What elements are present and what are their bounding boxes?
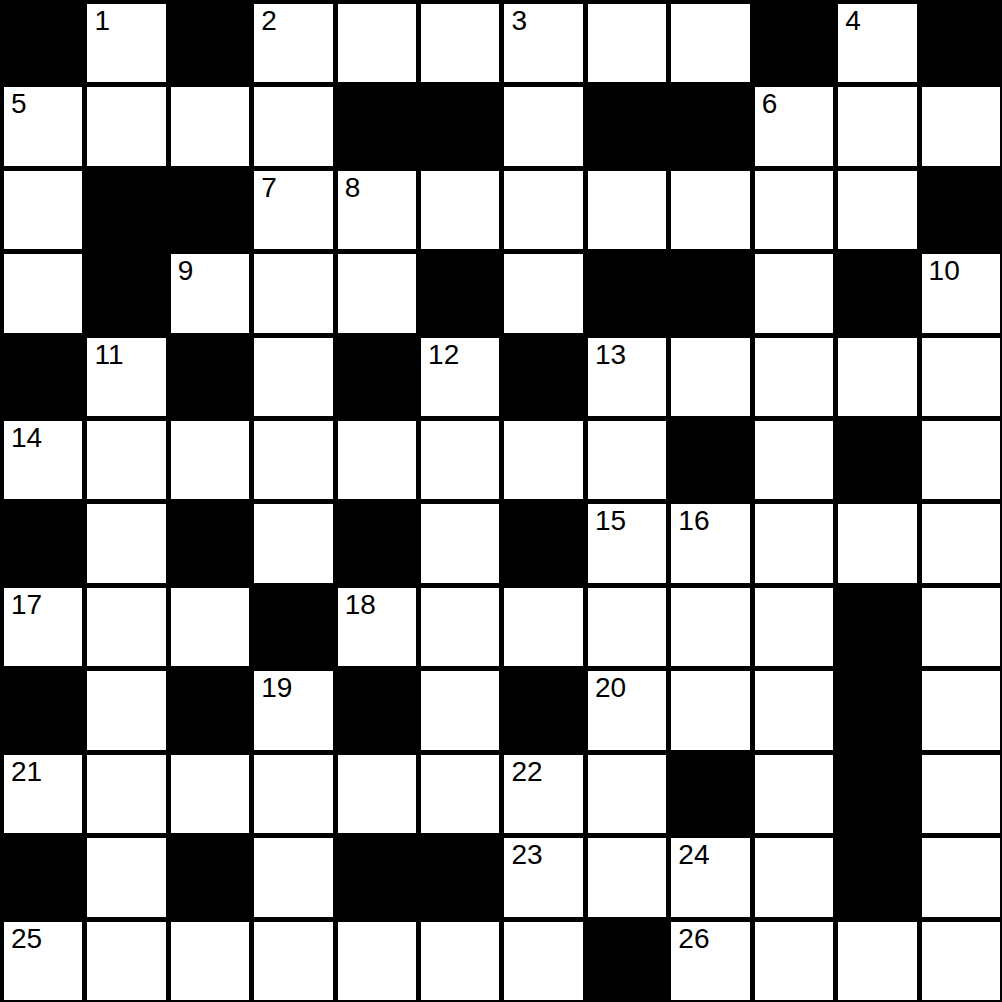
white-cell-r10c11[interactable] <box>922 838 1000 916</box>
white-cell-r2c0[interactable] <box>4 171 82 249</box>
white-cell-r0c4[interactable] <box>338 4 416 82</box>
black-cell-r1c5 <box>421 87 499 165</box>
white-cell-r10c6[interactable]: 23 <box>504 838 582 916</box>
black-cell-r8c0 <box>4 671 82 749</box>
clue-number-26: 26 <box>678 924 709 955</box>
white-cell-r9c6[interactable]: 22 <box>504 755 582 833</box>
clue-number-12: 12 <box>428 340 459 371</box>
white-cell-r7c8[interactable] <box>671 588 749 666</box>
white-cell-r1c0[interactable]: 5 <box>4 87 82 165</box>
clue-number-18: 18 <box>345 590 376 621</box>
white-cell-r9c5[interactable] <box>421 755 499 833</box>
white-cell-r1c2[interactable] <box>171 87 249 165</box>
clue-number-10: 10 <box>929 256 960 287</box>
clue-number-1: 1 <box>94 6 110 37</box>
white-cell-r5c5[interactable] <box>421 421 499 499</box>
black-cell-r5c8 <box>671 421 749 499</box>
white-cell-r11c2[interactable] <box>171 922 249 1000</box>
white-cell-r4c3[interactable] <box>254 338 332 416</box>
black-cell-r4c4 <box>338 338 416 416</box>
black-cell-r10c5 <box>421 838 499 916</box>
black-cell-r2c11 <box>922 171 1000 249</box>
white-cell-r5c7[interactable] <box>588 421 666 499</box>
white-cell-r6c1[interactable] <box>87 504 165 582</box>
white-cell-r2c3[interactable]: 7 <box>254 171 332 249</box>
white-cell-r6c7[interactable]: 15 <box>588 504 666 582</box>
white-cell-r7c9[interactable] <box>755 588 833 666</box>
white-cell-r1c1[interactable] <box>87 87 165 165</box>
white-cell-r2c10[interactable] <box>838 171 916 249</box>
white-cell-r8c9[interactable] <box>755 671 833 749</box>
clue-number-11: 11 <box>94 340 123 371</box>
white-cell-r7c4[interactable]: 18 <box>338 588 416 666</box>
clue-number-14: 14 <box>11 423 42 454</box>
black-cell-r7c10 <box>838 588 916 666</box>
clue-number-24: 24 <box>678 840 709 871</box>
white-cell-r4c5[interactable]: 12 <box>421 338 499 416</box>
black-cell-r6c6 <box>504 504 582 582</box>
white-cell-r6c3[interactable] <box>254 504 332 582</box>
clue-number-9: 9 <box>178 256 194 287</box>
white-cell-r2c7[interactable] <box>588 171 666 249</box>
white-cell-r11c9[interactable] <box>755 922 833 1000</box>
black-cell-r3c8 <box>671 254 749 332</box>
clue-number-21: 21 <box>11 757 42 788</box>
clue-number-25: 25 <box>11 924 42 955</box>
black-cell-r3c10 <box>838 254 916 332</box>
black-cell-r5c10 <box>838 421 916 499</box>
clue-number-8: 8 <box>345 173 361 204</box>
white-cell-r0c8[interactable] <box>671 4 749 82</box>
white-cell-r2c6[interactable] <box>504 171 582 249</box>
white-cell-r10c3[interactable] <box>254 838 332 916</box>
white-cell-r8c1[interactable] <box>87 671 165 749</box>
clue-number-16: 16 <box>678 506 709 537</box>
white-cell-r11c1[interactable] <box>87 922 165 1000</box>
white-cell-r10c9[interactable] <box>755 838 833 916</box>
white-cell-r9c3[interactable] <box>254 755 332 833</box>
black-cell-r0c9 <box>755 4 833 82</box>
white-cell-r7c7[interactable] <box>588 588 666 666</box>
white-cell-r5c4[interactable] <box>338 421 416 499</box>
black-cell-r1c4 <box>338 87 416 165</box>
white-cell-r11c8[interactable]: 26 <box>671 922 749 1000</box>
black-cell-r11c7 <box>588 922 666 1000</box>
white-cell-r4c10[interactable] <box>838 338 916 416</box>
black-cell-r4c2 <box>171 338 249 416</box>
white-cell-r5c2[interactable] <box>171 421 249 499</box>
white-cell-r5c9[interactable] <box>755 421 833 499</box>
white-cell-r3c9[interactable] <box>755 254 833 332</box>
clue-number-3: 3 <box>511 6 527 37</box>
black-cell-r8c6 <box>504 671 582 749</box>
white-cell-r9c9[interactable] <box>755 755 833 833</box>
black-cell-r0c0 <box>4 4 82 82</box>
white-cell-r0c5[interactable] <box>421 4 499 82</box>
white-cell-r9c1[interactable] <box>87 755 165 833</box>
black-cell-r7c3 <box>254 588 332 666</box>
clue-number-5: 5 <box>11 89 27 120</box>
white-cell-r3c2[interactable]: 9 <box>171 254 249 332</box>
white-cell-r6c9[interactable] <box>755 504 833 582</box>
black-cell-r10c0 <box>4 838 82 916</box>
white-cell-r6c5[interactable] <box>421 504 499 582</box>
black-cell-r8c10 <box>838 671 916 749</box>
white-cell-r1c6[interactable] <box>504 87 582 165</box>
white-cell-r9c7[interactable] <box>588 755 666 833</box>
white-cell-r11c11[interactable] <box>922 922 1000 1000</box>
black-cell-r2c2 <box>171 171 249 249</box>
white-cell-r1c9[interactable]: 6 <box>755 87 833 165</box>
black-cell-r9c8 <box>671 755 749 833</box>
white-cell-r8c5[interactable] <box>421 671 499 749</box>
white-cell-r11c4[interactable] <box>338 922 416 1000</box>
black-cell-r3c5 <box>421 254 499 332</box>
white-cell-r4c7[interactable]: 13 <box>588 338 666 416</box>
white-cell-r8c7[interactable]: 20 <box>588 671 666 749</box>
white-cell-r9c4[interactable] <box>338 755 416 833</box>
white-cell-r4c1[interactable]: 11 <box>87 338 165 416</box>
white-cell-r4c9[interactable] <box>755 338 833 416</box>
clue-number-20: 20 <box>595 673 626 704</box>
black-cell-r4c0 <box>4 338 82 416</box>
black-cell-r0c11 <box>922 4 1000 82</box>
white-cell-r3c3[interactable] <box>254 254 332 332</box>
white-cell-r2c8[interactable] <box>671 171 749 249</box>
white-cell-r7c1[interactable] <box>87 588 165 666</box>
white-cell-r3c4[interactable] <box>338 254 416 332</box>
white-cell-r11c6[interactable] <box>504 922 582 1000</box>
white-cell-r1c3[interactable] <box>254 87 332 165</box>
black-cell-r9c10 <box>838 755 916 833</box>
white-cell-r8c11[interactable] <box>922 671 1000 749</box>
white-cell-r4c8[interactable] <box>671 338 749 416</box>
black-cell-r3c1 <box>87 254 165 332</box>
clue-number-15: 15 <box>595 506 626 537</box>
clue-number-23: 23 <box>511 840 542 871</box>
white-cell-r8c8[interactable] <box>671 671 749 749</box>
white-cell-r11c10[interactable] <box>838 922 916 1000</box>
white-cell-r0c6[interactable]: 3 <box>504 4 582 82</box>
white-cell-r3c6[interactable] <box>504 254 582 332</box>
black-cell-r1c7 <box>588 87 666 165</box>
white-cell-r8c3[interactable]: 19 <box>254 671 332 749</box>
white-cell-r6c11[interactable] <box>922 504 1000 582</box>
white-cell-r2c5[interactable] <box>421 171 499 249</box>
crossword-board: 1234567891011121314151617181920212223242… <box>0 0 1002 1002</box>
white-cell-r5c6[interactable] <box>504 421 582 499</box>
black-cell-r6c2 <box>171 504 249 582</box>
white-cell-r7c2[interactable] <box>171 588 249 666</box>
white-cell-r0c1[interactable]: 1 <box>87 4 165 82</box>
white-cell-r10c8[interactable]: 24 <box>671 838 749 916</box>
black-cell-r2c1 <box>87 171 165 249</box>
white-cell-r9c0[interactable]: 21 <box>4 755 82 833</box>
black-cell-r0c2 <box>171 4 249 82</box>
white-cell-r11c5[interactable] <box>421 922 499 1000</box>
black-cell-r6c0 <box>4 504 82 582</box>
clue-number-6: 6 <box>762 89 778 120</box>
white-cell-r3c11[interactable]: 10 <box>922 254 1000 332</box>
white-cell-r7c6[interactable] <box>504 588 582 666</box>
white-cell-r5c0[interactable]: 14 <box>4 421 82 499</box>
black-cell-r4c6 <box>504 338 582 416</box>
white-cell-r7c5[interactable] <box>421 588 499 666</box>
white-cell-r2c4[interactable]: 8 <box>338 171 416 249</box>
white-cell-r5c11[interactable] <box>922 421 1000 499</box>
white-cell-r1c10[interactable] <box>838 87 916 165</box>
white-cell-r7c11[interactable] <box>922 588 1000 666</box>
white-cell-r6c8[interactable]: 16 <box>671 504 749 582</box>
black-cell-r8c2 <box>171 671 249 749</box>
white-cell-r3c0[interactable] <box>4 254 82 332</box>
white-cell-r0c10[interactable]: 4 <box>838 4 916 82</box>
white-cell-r5c1[interactable] <box>87 421 165 499</box>
white-cell-r9c11[interactable] <box>922 755 1000 833</box>
clue-number-22: 22 <box>511 757 542 788</box>
white-cell-r6c10[interactable] <box>838 504 916 582</box>
clue-number-2: 2 <box>261 6 277 37</box>
clue-number-13: 13 <box>595 340 626 371</box>
white-cell-r0c7[interactable] <box>588 4 666 82</box>
white-cell-r2c9[interactable] <box>755 171 833 249</box>
black-cell-r10c10 <box>838 838 916 916</box>
black-cell-r1c8 <box>671 87 749 165</box>
black-cell-r10c2 <box>171 838 249 916</box>
clue-number-7: 7 <box>261 173 277 204</box>
white-cell-r11c0[interactable]: 25 <box>4 922 82 1000</box>
white-cell-r7c0[interactable]: 17 <box>4 588 82 666</box>
black-cell-r3c7 <box>588 254 666 332</box>
clue-number-19: 19 <box>261 673 292 704</box>
white-cell-r4c11[interactable] <box>922 338 1000 416</box>
white-cell-r10c1[interactable] <box>87 838 165 916</box>
black-cell-r6c4 <box>338 504 416 582</box>
white-cell-r5c3[interactable] <box>254 421 332 499</box>
white-cell-r11c3[interactable] <box>254 922 332 1000</box>
white-cell-r1c11[interactable] <box>922 87 1000 165</box>
black-cell-r8c4 <box>338 671 416 749</box>
white-cell-r0c3[interactable]: 2 <box>254 4 332 82</box>
black-cell-r10c4 <box>338 838 416 916</box>
white-cell-r9c2[interactable] <box>171 755 249 833</box>
clue-number-17: 17 <box>11 590 42 621</box>
white-cell-r10c7[interactable] <box>588 838 666 916</box>
clue-number-4: 4 <box>845 6 861 37</box>
